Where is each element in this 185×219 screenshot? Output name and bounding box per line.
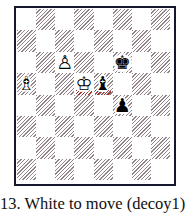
square-c7 bbox=[55, 30, 74, 51]
square-b6 bbox=[36, 52, 55, 73]
square-b2 bbox=[36, 137, 55, 158]
square-g3 bbox=[132, 116, 151, 137]
square-h6 bbox=[151, 52, 170, 73]
square-a7 bbox=[17, 30, 36, 51]
square-a3 bbox=[17, 116, 36, 137]
square-f5 bbox=[113, 73, 132, 94]
square-d1 bbox=[74, 159, 93, 180]
black-pawn-piece: ♟ bbox=[113, 95, 132, 116]
square-c1 bbox=[55, 159, 74, 180]
square-e7 bbox=[94, 30, 113, 51]
square-d8 bbox=[74, 9, 93, 30]
white-king-piece: ♔ bbox=[74, 73, 93, 94]
square-f4: ♟ bbox=[113, 95, 132, 116]
square-g4 bbox=[132, 95, 151, 116]
square-d6 bbox=[74, 52, 93, 73]
square-a8 bbox=[17, 9, 36, 30]
square-e6 bbox=[94, 52, 113, 73]
square-h7 bbox=[151, 30, 170, 51]
square-g5 bbox=[132, 73, 151, 94]
square-a2 bbox=[17, 137, 36, 158]
square-d3 bbox=[74, 116, 93, 137]
square-f1 bbox=[113, 159, 132, 180]
square-g1 bbox=[132, 159, 151, 180]
square-b3 bbox=[36, 116, 55, 137]
chess-board: ♙♚♗♔♝♟ bbox=[17, 9, 170, 180]
square-b4 bbox=[36, 95, 55, 116]
square-e3 bbox=[94, 116, 113, 137]
square-e1 bbox=[94, 159, 113, 180]
square-c8 bbox=[55, 9, 74, 30]
square-g6 bbox=[132, 52, 151, 73]
square-h5 bbox=[151, 73, 170, 94]
square-f3 bbox=[113, 116, 132, 137]
black-king-piece: ♚ bbox=[113, 52, 132, 73]
square-b7 bbox=[36, 30, 55, 51]
square-a4 bbox=[17, 95, 36, 116]
board-frame: ♙♚♗♔♝♟ bbox=[14, 6, 176, 186]
square-d7 bbox=[74, 30, 93, 51]
diagram-page: ♙♚♗♔♝♟ 13. White to move (decoy1) bbox=[0, 0, 185, 219]
white-pawn-piece: ♙ bbox=[55, 52, 74, 73]
square-h1 bbox=[151, 159, 170, 180]
black-bishop-piece: ♝ bbox=[94, 73, 113, 94]
square-d5: ♔ bbox=[74, 73, 93, 94]
square-c2 bbox=[55, 137, 74, 158]
square-c4 bbox=[55, 95, 74, 116]
square-a5: ♗ bbox=[17, 73, 36, 94]
square-a1 bbox=[17, 159, 36, 180]
square-b8 bbox=[36, 9, 55, 30]
square-b5 bbox=[36, 73, 55, 94]
square-c6: ♙ bbox=[55, 52, 74, 73]
square-g7 bbox=[132, 30, 151, 51]
square-d4 bbox=[74, 95, 93, 116]
square-h8 bbox=[151, 9, 170, 30]
square-a6 bbox=[17, 52, 36, 73]
square-e8 bbox=[94, 9, 113, 30]
square-e5: ♝ bbox=[94, 73, 113, 94]
square-g8 bbox=[132, 9, 151, 30]
square-e4 bbox=[94, 95, 113, 116]
square-b1 bbox=[36, 159, 55, 180]
square-d2 bbox=[74, 137, 93, 158]
square-h4 bbox=[151, 95, 170, 116]
white-bishop-piece: ♗ bbox=[17, 73, 36, 94]
square-c5 bbox=[55, 73, 74, 94]
square-f6: ♚ bbox=[113, 52, 132, 73]
square-f7 bbox=[113, 30, 132, 51]
square-f8 bbox=[113, 9, 132, 30]
square-h2 bbox=[151, 137, 170, 158]
square-e2 bbox=[94, 137, 113, 158]
diagram-caption: 13. White to move (decoy1) bbox=[0, 194, 185, 214]
square-f2 bbox=[113, 137, 132, 158]
square-c3 bbox=[55, 116, 74, 137]
square-h3 bbox=[151, 116, 170, 137]
square-g2 bbox=[132, 137, 151, 158]
